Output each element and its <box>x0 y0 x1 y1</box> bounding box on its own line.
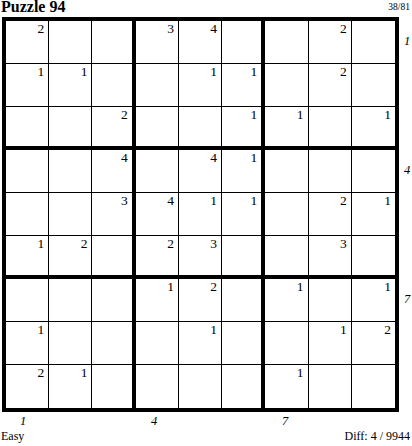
cell-r5c1[interactable] <box>6 193 49 236</box>
cell-r4c5[interactable]: 4 <box>179 150 222 193</box>
cell-r1c9[interactable] <box>352 21 395 64</box>
row-label-7: 7 <box>404 293 410 305</box>
cell-r3c5[interactable] <box>179 107 222 150</box>
cell-r2c1[interactable]: 1 <box>6 64 49 107</box>
cell-r1c8[interactable]: 2 <box>309 21 352 64</box>
cell-r2c6[interactable]: 1 <box>222 64 265 107</box>
cell-r4c7[interactable] <box>265 150 308 193</box>
puzzle-title: Puzzle 94 <box>1 0 65 16</box>
difficulty-stat: Diff: 4 / 9944 <box>345 429 410 444</box>
given-digit: 2 <box>210 280 217 293</box>
cell-r2c4[interactable] <box>136 64 179 107</box>
given-digit: 3 <box>340 237 347 250</box>
difficulty-label: Easy <box>1 429 24 444</box>
cell-r2c7[interactable] <box>265 64 308 107</box>
cell-r2c2[interactable]: 1 <box>49 64 92 107</box>
given-digit: 4 <box>210 151 217 164</box>
cell-r9c2[interactable]: 1 <box>49 365 92 408</box>
cell-r6c4[interactable]: 2 <box>136 236 179 279</box>
row-label-1: 1 <box>404 35 410 47</box>
cell-r6c5[interactable]: 3 <box>179 236 222 279</box>
cell-r2c9[interactable] <box>352 64 395 107</box>
cell-r3c3[interactable]: 2 <box>92 107 135 150</box>
given-digit: 1 <box>37 65 44 78</box>
cell-r5c7[interactable] <box>265 193 308 236</box>
cell-r5c9[interactable]: 1 <box>352 193 395 236</box>
cell-r8c4[interactable] <box>136 322 179 365</box>
cell-r5c5[interactable]: 1 <box>179 193 222 236</box>
cell-r3c2[interactable] <box>49 107 92 150</box>
cell-r6c8[interactable]: 3 <box>309 236 352 279</box>
given-digit: 1 <box>384 280 391 293</box>
given-digit: 2 <box>81 237 88 250</box>
cell-r8c3[interactable] <box>92 322 135 365</box>
cell-r6c9[interactable] <box>352 236 395 279</box>
given-digit: 3 <box>167 22 174 35</box>
cell-r8c5[interactable]: 1 <box>179 322 222 365</box>
cell-r1c2[interactable] <box>49 21 92 64</box>
cell-r4c1[interactable] <box>6 150 49 193</box>
cell-r9c6[interactable] <box>222 365 265 408</box>
cell-r1c4[interactable]: 3 <box>136 21 179 64</box>
cell-r3c7[interactable]: 1 <box>265 107 308 150</box>
given-digit: 2 <box>384 323 391 336</box>
given-digit: 2 <box>167 237 174 250</box>
given-digit: 2 <box>340 194 347 207</box>
cell-r4c4[interactable] <box>136 150 179 193</box>
cell-r2c3[interactable] <box>92 64 135 107</box>
cell-r4c3[interactable]: 4 <box>92 150 135 193</box>
cell-r5c2[interactable] <box>49 193 92 236</box>
cell-r9c3[interactable] <box>92 365 135 408</box>
given-digit: 2 <box>37 366 44 379</box>
given-digit: 4 <box>210 22 217 35</box>
cell-r9c7[interactable]: 1 <box>265 365 308 408</box>
cell-r3c6[interactable]: 1 <box>222 107 265 150</box>
cell-r9c4[interactable] <box>136 365 179 408</box>
cell-r1c6[interactable] <box>222 21 265 64</box>
cell-r2c8[interactable]: 2 <box>309 64 352 107</box>
cell-r2c5[interactable]: 1 <box>179 64 222 107</box>
cell-r7c8[interactable] <box>309 279 352 322</box>
cell-r4c8[interactable] <box>309 150 352 193</box>
given-digit: 1 <box>210 65 217 78</box>
cell-r9c5[interactable] <box>179 365 222 408</box>
given-digit: 2 <box>340 65 347 78</box>
given-digit: 1 <box>297 108 304 121</box>
given-digit: 1 <box>251 194 258 207</box>
cell-r7c1[interactable] <box>6 279 49 322</box>
cell-r7c7[interactable]: 1 <box>265 279 308 322</box>
cell-r9c8[interactable] <box>309 365 352 408</box>
cell-r7c9[interactable]: 1 <box>352 279 395 322</box>
given-digit: 3 <box>121 194 128 207</box>
cell-r1c7[interactable] <box>265 21 308 64</box>
cell-r6c6[interactable] <box>222 236 265 279</box>
cell-r5c3[interactable]: 3 <box>92 193 135 236</box>
cell-r8c8[interactable]: 1 <box>309 322 352 365</box>
sudoku-grid: 23421111221114413411211223312111112211 <box>2 17 399 412</box>
cell-r8c1[interactable]: 1 <box>6 322 49 365</box>
cell-r3c4[interactable] <box>136 107 179 150</box>
cell-r4c9[interactable] <box>352 150 395 193</box>
given-digit: 1 <box>251 65 258 78</box>
cell-r3c9[interactable]: 1 <box>352 107 395 150</box>
given-digit: 1 <box>81 65 88 78</box>
given-digit: 1 <box>251 108 258 121</box>
cell-r6c2[interactable]: 2 <box>49 236 92 279</box>
given-digit: 1 <box>384 194 391 207</box>
cell-r1c3[interactable] <box>92 21 135 64</box>
cell-r1c1[interactable]: 2 <box>6 21 49 64</box>
given-digit: 1 <box>210 323 217 336</box>
cell-r6c7[interactable] <box>265 236 308 279</box>
cell-r9c1[interactable]: 2 <box>6 365 49 408</box>
cell-r8c9[interactable]: 2 <box>352 322 395 365</box>
cell-r8c2[interactable] <box>49 322 92 365</box>
puzzle-page: { "game": "sudoku", "title": "Puzzle 94"… <box>0 0 412 446</box>
cell-r8c6[interactable] <box>222 322 265 365</box>
cell-r5c4[interactable]: 4 <box>136 193 179 236</box>
given-digit: 1 <box>167 280 174 293</box>
cell-r3c1[interactable] <box>6 107 49 150</box>
cell-r7c2[interactable] <box>49 279 92 322</box>
given-digit: 3 <box>210 237 217 250</box>
given-digit: 4 <box>167 194 174 207</box>
given-digit: 1 <box>81 366 88 379</box>
cell-r1c5[interactable]: 4 <box>179 21 222 64</box>
col-label-1: 1 <box>20 415 26 427</box>
cell-r8c7[interactable] <box>265 322 308 365</box>
cell-r6c1[interactable]: 1 <box>6 236 49 279</box>
cell-r4c2[interactable] <box>49 150 92 193</box>
given-digit: 1 <box>210 194 217 207</box>
cell-r7c3[interactable] <box>92 279 135 322</box>
given-digit: 1 <box>251 151 258 164</box>
cell-r6c3[interactable] <box>92 236 135 279</box>
cell-r5c6[interactable]: 1 <box>222 193 265 236</box>
given-digit: 2 <box>37 22 44 35</box>
cell-r3c8[interactable] <box>309 107 352 150</box>
given-digit: 2 <box>121 108 128 121</box>
given-digit: 1 <box>384 108 391 121</box>
col-label-7: 7 <box>282 415 288 427</box>
given-digit: 2 <box>340 22 347 35</box>
given-digit: 1 <box>340 323 347 336</box>
cell-r7c6[interactable] <box>222 279 265 322</box>
cell-r4c6[interactable]: 1 <box>222 150 265 193</box>
given-digit: 1 <box>37 323 44 336</box>
given-digit: 1 <box>37 237 44 250</box>
given-digit: 4 <box>121 151 128 164</box>
cell-r5c8[interactable]: 2 <box>309 193 352 236</box>
cell-r7c4[interactable]: 1 <box>136 279 179 322</box>
cell-r7c5[interactable]: 2 <box>179 279 222 322</box>
givens-counter: 38/81 <box>388 2 410 12</box>
col-label-4: 4 <box>151 415 157 427</box>
row-label-4: 4 <box>404 164 410 176</box>
cell-r9c9[interactable] <box>352 365 395 408</box>
given-digit: 1 <box>297 280 304 293</box>
given-digit: 1 <box>297 366 304 379</box>
